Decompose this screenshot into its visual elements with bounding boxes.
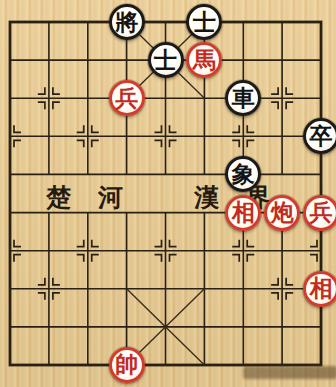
piece-label: 馬 — [193, 48, 216, 71]
red-soldier-1[interactable]: 兵 — [109, 80, 145, 116]
piece-label: 相 — [310, 276, 333, 299]
red-elephant-1[interactable]: 相 — [225, 195, 261, 231]
piece-label: 車 — [232, 86, 255, 109]
black-advisor-2[interactable]: 士 — [148, 42, 184, 78]
piece-label: 相 — [232, 200, 255, 223]
black-chariot[interactable]: 車 — [225, 80, 261, 116]
piece-label: 兵 — [310, 200, 333, 223]
piece-label: 帥 — [115, 352, 138, 375]
piece-label: 士 — [193, 10, 216, 33]
red-general[interactable]: 帥 — [109, 347, 145, 383]
piece-label: 炮 — [271, 200, 294, 223]
piece-label: 將 — [115, 10, 138, 33]
black-general[interactable]: 將 — [109, 4, 145, 40]
piece-label: 兵 — [115, 86, 138, 109]
black-elephant[interactable]: 象 — [225, 156, 261, 192]
red-cannon[interactable]: 炮 — [264, 195, 300, 231]
red-soldier-2[interactable]: 兵 — [303, 195, 336, 231]
xiangqi-board: 楚 河 漢 界 將士士馬兵車卒象相炮兵相帥 — [0, 0, 336, 387]
piece-label: 卒 — [310, 124, 333, 147]
black-advisor-1[interactable]: 士 — [186, 4, 222, 40]
piece-label: 士 — [154, 48, 177, 71]
pieces-layer: 將士士馬兵車卒象相炮兵相帥 — [0, 0, 336, 387]
piece-label: 象 — [232, 162, 255, 185]
black-soldier[interactable]: 卒 — [303, 118, 336, 154]
red-elephant-2[interactable]: 相 — [303, 271, 336, 307]
red-horse[interactable]: 馬 — [186, 42, 222, 78]
